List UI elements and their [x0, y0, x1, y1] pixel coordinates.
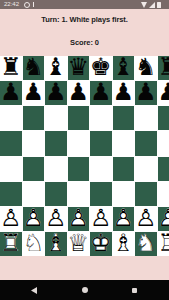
square-e5[interactable]	[90, 131, 112, 155]
square-b8[interactable]: ♞	[23, 56, 45, 80]
square-d5[interactable]	[68, 131, 90, 155]
square-d6[interactable]	[68, 106, 90, 130]
square-d2[interactable]: ♟♙	[68, 207, 90, 231]
square-c4[interactable]	[45, 157, 67, 181]
square-f8[interactable]: ♝	[113, 56, 135, 80]
piece-white-king: ♔	[90, 231, 112, 255]
square-h7[interactable]: ♟	[158, 81, 169, 105]
piece-white-knight: ♘	[135, 231, 157, 255]
piece-black-pawn: ♟	[90, 80, 112, 104]
square-c8[interactable]: ♝	[45, 56, 67, 80]
piece-white-rook: ♖	[158, 231, 169, 255]
square-a1[interactable]: ♜♖	[0, 232, 22, 256]
square-h1[interactable]: ♜♖	[158, 232, 169, 256]
square-c1[interactable]: ♝♗	[45, 232, 67, 256]
signal-icon	[149, 2, 155, 8]
turn-status-text: Turn: 1. White plays first.	[0, 15, 169, 24]
piece-white-pawn: ♙	[45, 206, 67, 230]
piece-black-rook: ♜	[158, 55, 169, 79]
piece-white-bishop: ♗	[45, 231, 67, 255]
square-h3[interactable]	[158, 182, 169, 206]
square-b3[interactable]	[23, 182, 45, 206]
score-text: Score: 0	[0, 38, 169, 47]
square-b7[interactable]: ♟	[23, 81, 45, 105]
piece-white-pawn: ♙	[135, 206, 157, 230]
piece-white-knight: ♘	[23, 231, 45, 255]
android-nav-bar	[0, 280, 169, 300]
square-e4[interactable]	[90, 157, 112, 181]
piece-white-pawn: ♙	[113, 206, 135, 230]
square-b4[interactable]	[23, 157, 45, 181]
clock-icon	[24, 2, 30, 8]
battery-icon	[157, 2, 161, 8]
square-e6[interactable]	[90, 106, 112, 130]
square-e8[interactable]: ♚	[90, 56, 112, 80]
piece-white-bishop: ♗	[113, 231, 135, 255]
recent-apps-button[interactable]	[125, 280, 143, 300]
square-f1[interactable]: ♝♗	[113, 232, 135, 256]
piece-black-rook: ♜	[0, 55, 22, 79]
square-e3[interactable]	[90, 182, 112, 206]
square-d1[interactable]: ♛♕	[68, 232, 90, 256]
square-g6[interactable]	[135, 106, 157, 130]
square-g2[interactable]: ♟♙	[135, 207, 157, 231]
status-bar: 22:42	[0, 0, 169, 9]
piece-white-pawn: ♙	[23, 206, 45, 230]
piece-black-bishop: ♝	[45, 55, 67, 79]
square-g1[interactable]: ♞♘	[135, 232, 157, 256]
square-d8[interactable]: ♛	[68, 56, 90, 80]
piece-black-bishop: ♝	[113, 55, 135, 79]
square-d3[interactable]	[68, 182, 90, 206]
square-h4[interactable]	[158, 157, 169, 181]
square-a2[interactable]: ♟♙	[0, 207, 22, 231]
square-a4[interactable]	[0, 157, 22, 181]
square-a6[interactable]	[0, 106, 22, 130]
square-f4[interactable]	[113, 157, 135, 181]
square-h8[interactable]: ♜	[158, 56, 169, 80]
piece-black-knight: ♞	[135, 55, 157, 79]
square-g7[interactable]: ♟	[135, 81, 157, 105]
recent-apps-icon	[132, 288, 137, 293]
home-button[interactable]	[76, 280, 94, 300]
square-g3[interactable]	[135, 182, 157, 206]
piece-black-knight: ♞	[23, 55, 45, 79]
piece-black-pawn: ♟	[0, 80, 22, 104]
square-c6[interactable]	[45, 106, 67, 130]
square-c2[interactable]: ♟♙	[45, 207, 67, 231]
back-button[interactable]	[25, 280, 43, 300]
square-d4[interactable]	[68, 157, 90, 181]
square-f6[interactable]	[113, 106, 135, 130]
square-e1[interactable]: ♚♔	[90, 232, 112, 256]
piece-black-queen: ♛	[68, 55, 90, 79]
square-g5[interactable]	[135, 131, 157, 155]
notification-icon	[33, 2, 34, 7]
piece-black-pawn: ♟	[158, 80, 169, 104]
square-a7[interactable]: ♟	[0, 81, 22, 105]
square-b5[interactable]	[23, 131, 45, 155]
piece-white-queen: ♕	[68, 231, 90, 255]
square-h5[interactable]	[158, 131, 169, 155]
square-b2[interactable]: ♟♙	[23, 207, 45, 231]
piece-white-pawn: ♙	[68, 206, 90, 230]
square-c7[interactable]: ♟	[45, 81, 67, 105]
square-f5[interactable]	[113, 131, 135, 155]
square-f2[interactable]: ♟♙	[113, 207, 135, 231]
piece-black-pawn: ♟	[135, 80, 157, 104]
square-e2[interactable]: ♟♙	[90, 207, 112, 231]
square-b1[interactable]: ♞♘	[23, 232, 45, 256]
wifi-icon	[141, 2, 147, 8]
piece-black-king: ♚	[90, 55, 112, 79]
square-h2[interactable]: ♟♙	[158, 207, 169, 231]
piece-black-pawn: ♟	[68, 80, 90, 104]
square-f7[interactable]: ♟	[113, 81, 135, 105]
square-a8[interactable]: ♜	[0, 56, 22, 80]
square-g4[interactable]	[135, 157, 157, 181]
square-h6[interactable]	[158, 106, 169, 130]
piece-white-rook: ♖	[0, 231, 22, 255]
piece-white-pawn: ♙	[90, 206, 112, 230]
square-c5[interactable]	[45, 131, 67, 155]
square-b6[interactable]	[23, 106, 45, 130]
piece-black-pawn: ♟	[23, 80, 45, 104]
phone-screen: 22:42 Turn: 1. White plays first. Score:…	[0, 0, 169, 300]
square-f3[interactable]	[113, 182, 135, 206]
square-g8[interactable]: ♞	[135, 56, 157, 80]
home-icon	[82, 287, 88, 293]
square-c3[interactable]	[45, 182, 67, 206]
piece-white-pawn: ♙	[158, 206, 169, 230]
back-icon	[31, 287, 37, 294]
piece-black-pawn: ♟	[113, 80, 135, 104]
square-a3[interactable]	[0, 182, 22, 206]
status-time: 22:42	[4, 0, 19, 9]
square-d7[interactable]: ♟	[68, 81, 90, 105]
chess-board: ♜♞♝♛♚♝♞♜♟♟♟♟♟♟♟♟♟♙♟♙♟♙♟♙♟♙♟♙♟♙♟♙♜♖♞♘♝♗♛♕…	[0, 56, 169, 256]
piece-black-pawn: ♟	[45, 80, 67, 104]
square-a5[interactable]	[0, 131, 22, 155]
piece-white-pawn: ♙	[0, 206, 22, 230]
square-e7[interactable]: ♟	[90, 81, 112, 105]
